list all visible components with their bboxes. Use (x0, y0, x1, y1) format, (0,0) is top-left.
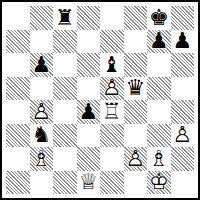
square-b1[interactable] (30, 171, 54, 195)
square-h3[interactable]: ♟♙ (171, 124, 195, 148)
square-a2[interactable] (6, 147, 30, 171)
white-queen-icon: ♕ (77, 171, 101, 195)
square-d2[interactable] (77, 147, 101, 171)
square-b3[interactable]: ♞ (30, 124, 54, 148)
white-pawn-icon: ♙ (30, 100, 54, 124)
square-b4[interactable]: ♟♙ (30, 100, 54, 124)
square-d1[interactable]: ♛♕ (77, 171, 101, 195)
diagram-frame: ♜♚♟♟♟♝♟♙♛♟♙♟♜♖♞♟♙♝♗♟♙♝♗♛♕♚♔ (0, 0, 200, 200)
white-king-icon: ♔ (147, 171, 171, 195)
square-d3[interactable] (77, 124, 101, 148)
piece-backfill: ♟ (124, 147, 148, 171)
white-pawn-icon: ♙ (124, 147, 148, 171)
piece-backfill: ♟ (171, 124, 195, 148)
black-pawn-icon: ♟ (147, 30, 171, 54)
square-a3[interactable] (6, 124, 30, 148)
piece-backfill: ♟ (100, 77, 124, 101)
square-b6[interactable]: ♟ (30, 53, 54, 77)
piece-backfill: ♟ (30, 100, 54, 124)
square-e1[interactable] (100, 171, 124, 195)
square-h5[interactable] (171, 77, 195, 101)
piece-backfill: ♜ (100, 100, 124, 124)
square-c8[interactable]: ♜ (53, 6, 77, 30)
white-bishop-icon: ♗ (30, 147, 54, 171)
square-a8[interactable] (6, 6, 30, 30)
square-a5[interactable] (6, 77, 30, 101)
square-c3[interactable] (53, 124, 77, 148)
square-g4[interactable] (147, 100, 171, 124)
square-c7[interactable] (53, 30, 77, 54)
piece-backfill: ♚ (147, 171, 171, 195)
square-g6[interactable] (147, 53, 171, 77)
square-g8[interactable]: ♚ (147, 6, 171, 30)
square-e4[interactable]: ♜♖ (100, 100, 124, 124)
square-d7[interactable] (77, 30, 101, 54)
white-pawn-icon: ♙ (171, 124, 195, 148)
square-h7[interactable]: ♟ (171, 30, 195, 54)
square-f2[interactable]: ♟♙ (124, 147, 148, 171)
square-c6[interactable] (53, 53, 77, 77)
square-c2[interactable] (53, 147, 77, 171)
square-h1[interactable] (171, 171, 195, 195)
square-f1[interactable] (124, 171, 148, 195)
piece-backfill: ♝ (30, 147, 54, 171)
black-queen-icon: ♛ (124, 77, 148, 101)
square-a4[interactable] (6, 100, 30, 124)
square-f7[interactable] (124, 30, 148, 54)
square-g2[interactable]: ♝♗ (147, 147, 171, 171)
square-e2[interactable] (100, 147, 124, 171)
square-b8[interactable] (30, 6, 54, 30)
square-b5[interactable] (30, 77, 54, 101)
square-g3[interactable] (147, 124, 171, 148)
square-b2[interactable]: ♝♗ (30, 147, 54, 171)
square-f5[interactable]: ♛ (124, 77, 148, 101)
square-c4[interactable] (53, 100, 77, 124)
square-e3[interactable] (100, 124, 124, 148)
white-rook-icon: ♖ (100, 100, 124, 124)
chess-board: ♜♚♟♟♟♝♟♙♛♟♙♟♜♖♞♟♙♝♗♟♙♝♗♛♕♚♔ (6, 6, 194, 194)
square-g5[interactable] (147, 77, 171, 101)
white-bishop-icon: ♗ (147, 147, 171, 171)
square-a1[interactable] (6, 171, 30, 195)
piece-backfill: ♛ (77, 171, 101, 195)
square-f4[interactable] (124, 100, 148, 124)
square-h8[interactable] (171, 6, 195, 30)
square-e7[interactable] (100, 30, 124, 54)
square-h2[interactable] (171, 147, 195, 171)
square-e6[interactable]: ♝ (100, 53, 124, 77)
square-a6[interactable] (6, 53, 30, 77)
black-pawn-icon: ♟ (30, 53, 54, 77)
black-bishop-icon: ♝ (100, 53, 124, 77)
square-f8[interactable] (124, 6, 148, 30)
square-h6[interactable] (171, 53, 195, 77)
square-d6[interactable] (77, 53, 101, 77)
square-e8[interactable] (100, 6, 124, 30)
piece-backfill: ♝ (147, 147, 171, 171)
square-a7[interactable] (6, 30, 30, 54)
square-g7[interactable]: ♟ (147, 30, 171, 54)
square-d8[interactable] (77, 6, 101, 30)
white-pawn-icon: ♙ (100, 77, 124, 101)
square-g1[interactable]: ♚♔ (147, 171, 171, 195)
black-rook-icon: ♜ (53, 6, 77, 30)
square-b7[interactable] (30, 30, 54, 54)
black-pawn-icon: ♟ (77, 100, 101, 124)
square-f3[interactable] (124, 124, 148, 148)
square-f6[interactable] (124, 53, 148, 77)
black-pawn-icon: ♟ (171, 30, 195, 54)
square-c5[interactable] (53, 77, 77, 101)
square-d4[interactable]: ♟ (77, 100, 101, 124)
square-c1[interactable] (53, 171, 77, 195)
black-king-icon: ♚ (147, 6, 171, 30)
square-d5[interactable] (77, 77, 101, 101)
square-h4[interactable] (171, 100, 195, 124)
black-knight-icon: ♞ (30, 124, 54, 148)
square-e5[interactable]: ♟♙ (100, 77, 124, 101)
